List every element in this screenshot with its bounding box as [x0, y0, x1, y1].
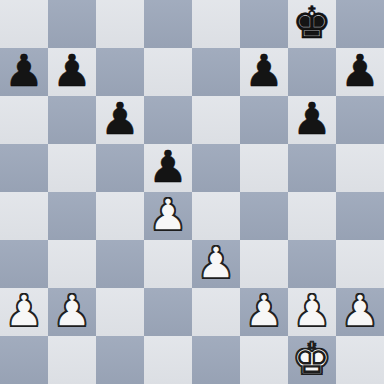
square-a5[interactable]	[0, 144, 48, 192]
square-b3[interactable]	[48, 240, 96, 288]
square-g5[interactable]	[288, 144, 336, 192]
square-d7[interactable]	[144, 48, 192, 96]
square-f2[interactable]: ♟	[240, 288, 288, 336]
white-pawn-icon[interactable]: ♟	[244, 287, 283, 335]
square-g6[interactable]: ♟	[288, 96, 336, 144]
square-h4[interactable]	[336, 192, 384, 240]
white-king-icon[interactable]: ♚	[292, 335, 331, 383]
square-c3[interactable]	[96, 240, 144, 288]
black-pawn-icon[interactable]: ♟	[244, 47, 283, 95]
square-h3[interactable]	[336, 240, 384, 288]
square-h2[interactable]: ♟	[336, 288, 384, 336]
square-e3[interactable]: ♟	[192, 240, 240, 288]
square-h7[interactable]: ♟	[336, 48, 384, 96]
black-king-icon[interactable]: ♚	[292, 0, 331, 47]
black-pawn-icon[interactable]: ♟	[52, 47, 91, 95]
square-h6[interactable]	[336, 96, 384, 144]
white-pawn-icon[interactable]: ♟	[292, 287, 331, 335]
black-pawn-icon[interactable]: ♟	[100, 95, 139, 143]
black-pawn-icon[interactable]: ♟	[148, 143, 187, 191]
square-g3[interactable]	[288, 240, 336, 288]
square-a7[interactable]: ♟	[0, 48, 48, 96]
square-g2[interactable]: ♟	[288, 288, 336, 336]
white-pawn-icon[interactable]: ♟	[4, 287, 43, 335]
square-f7[interactable]: ♟	[240, 48, 288, 96]
square-h1[interactable]	[336, 336, 384, 384]
square-f3[interactable]	[240, 240, 288, 288]
square-d1[interactable]	[144, 336, 192, 384]
square-a8[interactable]	[0, 0, 48, 48]
square-h8[interactable]	[336, 0, 384, 48]
square-b4[interactable]	[48, 192, 96, 240]
black-pawn-icon[interactable]: ♟	[340, 47, 379, 95]
square-d2[interactable]	[144, 288, 192, 336]
square-d3[interactable]	[144, 240, 192, 288]
white-pawn-icon[interactable]: ♟	[196, 239, 235, 287]
square-b6[interactable]	[48, 96, 96, 144]
square-f5[interactable]	[240, 144, 288, 192]
square-a4[interactable]	[0, 192, 48, 240]
square-f6[interactable]	[240, 96, 288, 144]
chess-board: ♚♟♟♟♟♟♟♟♟♟♟♟♟♟♟♚	[0, 0, 384, 384]
square-d5[interactable]: ♟	[144, 144, 192, 192]
square-f8[interactable]	[240, 0, 288, 48]
square-d4[interactable]: ♟	[144, 192, 192, 240]
black-pawn-icon[interactable]: ♟	[4, 47, 43, 95]
white-pawn-icon[interactable]: ♟	[340, 287, 379, 335]
square-b7[interactable]: ♟	[48, 48, 96, 96]
square-e5[interactable]	[192, 144, 240, 192]
black-pawn-icon[interactable]: ♟	[292, 95, 331, 143]
square-e7[interactable]	[192, 48, 240, 96]
square-b5[interactable]	[48, 144, 96, 192]
square-a1[interactable]	[0, 336, 48, 384]
square-a3[interactable]	[0, 240, 48, 288]
square-a6[interactable]	[0, 96, 48, 144]
square-g4[interactable]	[288, 192, 336, 240]
square-c2[interactable]	[96, 288, 144, 336]
square-h5[interactable]	[336, 144, 384, 192]
square-c7[interactable]	[96, 48, 144, 96]
square-e8[interactable]	[192, 0, 240, 48]
square-c6[interactable]: ♟	[96, 96, 144, 144]
white-pawn-icon[interactable]: ♟	[52, 287, 91, 335]
square-g7[interactable]	[288, 48, 336, 96]
square-b8[interactable]	[48, 0, 96, 48]
square-c5[interactable]	[96, 144, 144, 192]
square-d6[interactable]	[144, 96, 192, 144]
square-c4[interactable]	[96, 192, 144, 240]
white-pawn-icon[interactable]: ♟	[148, 191, 187, 239]
square-a2[interactable]: ♟	[0, 288, 48, 336]
square-e1[interactable]	[192, 336, 240, 384]
square-e2[interactable]	[192, 288, 240, 336]
square-b2[interactable]: ♟	[48, 288, 96, 336]
square-c8[interactable]	[96, 0, 144, 48]
square-d8[interactable]	[144, 0, 192, 48]
square-e4[interactable]	[192, 192, 240, 240]
square-b1[interactable]	[48, 336, 96, 384]
square-f1[interactable]	[240, 336, 288, 384]
square-c1[interactable]	[96, 336, 144, 384]
square-g8[interactable]: ♚	[288, 0, 336, 48]
square-g1[interactable]: ♚	[288, 336, 336, 384]
square-f4[interactable]	[240, 192, 288, 240]
square-e6[interactable]	[192, 96, 240, 144]
